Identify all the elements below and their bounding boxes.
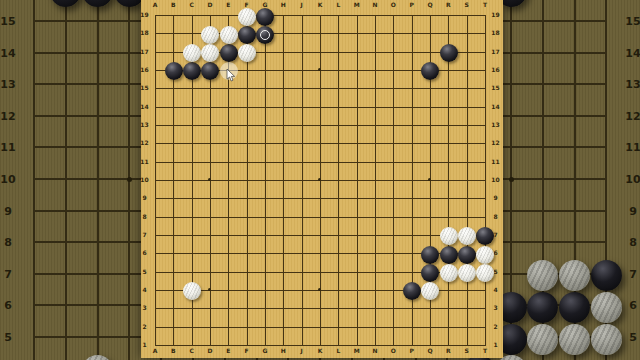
bg-row-label-left: 10 (0, 174, 15, 185)
stone-black-R6[interactable] (440, 246, 458, 264)
col-label-top: S (464, 2, 468, 8)
grid-line-h (155, 217, 486, 218)
bg-stone-R5 (527, 324, 558, 355)
row-label-left: 3 (142, 305, 146, 311)
grid-line-h (155, 198, 486, 199)
row-label-right: 5 (493, 269, 497, 275)
stone-white-Q4[interactable] (421, 282, 439, 300)
stone-black-R17[interactable] (440, 44, 458, 62)
row-label-right: 9 (493, 195, 497, 201)
bg-row-label-left: 8 (4, 237, 12, 248)
row-label-left: 7 (142, 232, 146, 238)
grid-line-h (155, 235, 486, 236)
row-label-right: 15 (491, 85, 499, 91)
bg-stone-R7 (527, 260, 558, 291)
col-label-top: E (226, 2, 230, 8)
col-label-top: P (409, 2, 413, 8)
col-label-bottom: R (446, 348, 451, 354)
bg-stone-S5 (559, 324, 590, 355)
grid-line-h (155, 308, 486, 309)
bg-row-label-right: 8 (629, 237, 637, 248)
bg-row-label-right: 6 (629, 300, 637, 311)
stone-white-E18[interactable] (220, 26, 238, 44)
stone-black-Q5[interactable] (421, 264, 439, 282)
col-label-bottom: C (189, 348, 193, 354)
stone-black-S6[interactable] (458, 246, 476, 264)
stone-white-R5[interactable] (440, 264, 458, 282)
bg-row-label-left: 12 (0, 110, 15, 121)
bg-row-label-left: 5 (4, 332, 12, 343)
row-label-right: 17 (491, 49, 499, 55)
bg-row-label-right: 11 (625, 142, 640, 153)
row-label-right: 14 (491, 104, 499, 110)
bg-stone-S7 (559, 260, 590, 291)
col-label-top: R (446, 2, 451, 8)
bg-row-label-right: 12 (625, 110, 640, 121)
bg-row-label-right: 7 (629, 268, 637, 279)
bg-stone-T7 (591, 260, 622, 291)
bg-row-label-left: 14 (0, 47, 15, 58)
row-label-left: 10 (140, 177, 148, 183)
col-label-bottom: O (391, 348, 396, 354)
stone-white-F19[interactable] (238, 8, 256, 26)
row-label-right: 13 (491, 122, 499, 128)
grid-line-h (155, 143, 486, 144)
bg-row-label-right: 10 (625, 174, 640, 185)
bg-stone-C16 (82, 0, 113, 7)
col-label-top: A (153, 2, 158, 8)
col-label-top: H (281, 2, 286, 8)
stone-black-D16[interactable] (201, 62, 219, 80)
col-label-bottom: P (409, 348, 413, 354)
bg-row-label-right: 15 (625, 16, 640, 27)
row-label-left: 16 (140, 67, 148, 73)
col-label-top: K (318, 2, 323, 8)
col-label-bottom: F (245, 348, 249, 354)
bg-row-label-left: 6 (4, 300, 12, 311)
row-label-right: 1 (493, 342, 497, 348)
bg-row-label-left: 11 (0, 142, 15, 153)
stone-black-Q16[interactable] (421, 62, 439, 80)
stone-black-B16[interactable] (165, 62, 183, 80)
stone-black-Q6[interactable] (421, 246, 439, 264)
grid-line-h (155, 88, 486, 89)
col-label-top: L (336, 2, 340, 8)
bg-row-label-right: 13 (625, 79, 640, 90)
row-label-right: 12 (491, 140, 499, 146)
bg-row-label-left: 7 (4, 268, 12, 279)
stone-black-P4[interactable] (403, 282, 421, 300)
row-label-right: 8 (493, 214, 497, 220)
stone-white-S5[interactable] (458, 264, 476, 282)
row-label-right: 3 (493, 305, 497, 311)
col-label-bottom: L (336, 348, 340, 354)
bg-stone-S6 (559, 292, 590, 323)
row-label-left: 8 (142, 214, 146, 220)
col-label-bottom: H (281, 348, 286, 354)
stone-black-E17[interactable] (220, 44, 238, 62)
bg-star-point (509, 177, 514, 182)
col-label-top: Q (427, 2, 432, 8)
last-move-marker (260, 30, 270, 40)
screen: 1515141413131212111110109988776655 AABBC… (0, 0, 640, 360)
bg-row-label-right: 9 (629, 205, 637, 216)
col-label-bottom: E (226, 348, 230, 354)
col-label-top: B (171, 2, 176, 8)
row-label-right: 6 (493, 250, 497, 256)
stone-white-R7[interactable] (440, 227, 458, 245)
row-label-left: 18 (140, 30, 148, 36)
bg-stone-C4 (82, 355, 113, 360)
stone-white-F17[interactable] (238, 44, 256, 62)
col-label-bottom: S (464, 348, 468, 354)
row-label-left: 11 (140, 159, 148, 165)
bg-stone-B16 (50, 0, 81, 7)
row-label-right: 11 (491, 159, 499, 165)
col-label-top: J (301, 2, 303, 8)
col-label-bottom: A (153, 348, 158, 354)
grid-line-h (155, 327, 486, 328)
row-label-right: 2 (493, 324, 497, 330)
col-label-bottom: G (263, 348, 268, 354)
bg-stone-R6 (527, 292, 558, 323)
grid-line-h (155, 107, 486, 108)
bg-row-label-left: 9 (4, 205, 12, 216)
row-label-left: 6 (142, 250, 146, 256)
stone-white-T5[interactable] (476, 264, 494, 282)
grid-line-h (155, 345, 486, 346)
bg-star-point (127, 177, 132, 182)
row-label-left: 15 (140, 85, 148, 91)
stone-white-C4[interactable] (183, 282, 201, 300)
col-label-bottom: K (318, 348, 323, 354)
bg-row-label-left: 15 (0, 16, 15, 27)
stone-black-G19[interactable] (256, 8, 274, 26)
row-label-right: 10 (491, 177, 499, 183)
stone-black-C16[interactable] (183, 62, 201, 80)
bg-row-label-left: 13 (0, 79, 15, 90)
row-label-right: 19 (491, 12, 499, 18)
row-label-left: 5 (142, 269, 146, 275)
grid-line-h (155, 15, 486, 16)
col-label-top: O (391, 2, 396, 8)
bg-stone-T6 (591, 292, 622, 323)
stone-black-T7[interactable] (476, 227, 494, 245)
row-label-left: 17 (140, 49, 148, 55)
col-label-bottom: M (354, 348, 360, 354)
col-label-bottom: T (483, 348, 487, 354)
col-label-top: C (189, 2, 193, 8)
stone-white-C17[interactable] (183, 44, 201, 62)
stone-white-T6[interactable] (476, 246, 494, 264)
main-board[interactable]: AABBCCDDEEFFGGHHJJKKLLMMNNOOPPQQRRSSTT19… (141, 0, 503, 358)
col-label-bottom: D (207, 348, 212, 354)
col-label-bottom: J (301, 348, 303, 354)
stone-white-D18[interactable] (201, 26, 219, 44)
col-label-bottom: B (171, 348, 176, 354)
row-label-left: 13 (140, 122, 148, 128)
row-label-left: 19 (140, 12, 148, 18)
row-label-left: 1 (142, 342, 146, 348)
stone-white-S7[interactable] (458, 227, 476, 245)
col-label-top: N (372, 2, 377, 8)
stone-white-D17[interactable] (201, 44, 219, 62)
col-label-top: G (263, 2, 268, 8)
col-label-top: M (354, 2, 360, 8)
row-label-left: 2 (142, 324, 146, 330)
row-label-left: 14 (140, 104, 148, 110)
row-label-left: 9 (142, 195, 146, 201)
row-label-right: 4 (493, 287, 497, 293)
col-label-bottom: N (372, 348, 377, 354)
mouse-cursor (226, 69, 236, 83)
row-label-left: 12 (140, 140, 148, 146)
row-label-right: 7 (493, 232, 497, 238)
bg-stone-T5 (591, 324, 622, 355)
col-label-top: F (245, 2, 249, 8)
grid-line-h (155, 162, 486, 163)
stone-black-F18[interactable] (238, 26, 256, 44)
row-label-right: 16 (491, 67, 499, 73)
bg-row-label-right: 5 (629, 332, 637, 343)
col-label-top: D (207, 2, 212, 8)
grid-line-h (155, 125, 486, 126)
row-label-right: 18 (491, 30, 499, 36)
stone-black-G18[interactable] (256, 26, 274, 44)
col-label-top: T (483, 2, 487, 8)
row-label-left: 4 (142, 287, 146, 293)
col-label-bottom: Q (427, 348, 432, 354)
bg-row-label-right: 14 (625, 47, 640, 58)
